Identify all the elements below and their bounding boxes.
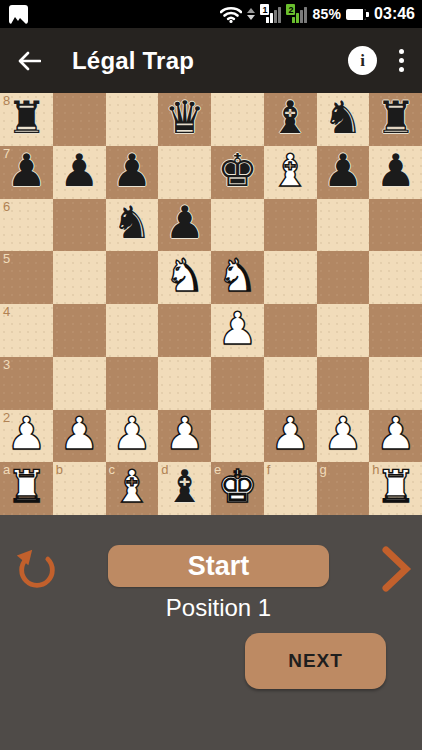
coord-label-6: 6 (3, 200, 10, 214)
square-e1[interactable]: e♚ (211, 462, 264, 515)
piece-white-pawn[interactable]: ♟ (158, 410, 211, 461)
square-d4[interactable] (158, 304, 211, 357)
piece-white-pawn[interactable]: ♟ (369, 410, 422, 461)
square-b7[interactable]: ♟ (53, 146, 106, 199)
piece-white-king[interactable]: ♚ (211, 462, 264, 513)
start-button-label: Start (188, 551, 250, 582)
square-a6[interactable]: 6 (0, 199, 53, 252)
start-button[interactable]: Start (108, 545, 329, 587)
square-h1[interactable]: h♜ (369, 462, 422, 515)
piece-white-pawn[interactable]: ♟ (53, 410, 106, 461)
status-bar: 1 2 85% 03:4 (0, 0, 422, 28)
wifi-icon (220, 6, 242, 23)
square-h2[interactable]: ♟ (369, 410, 422, 463)
position-label: Position 1 (166, 594, 271, 622)
piece-black-pawn[interactable]: ♟ (53, 146, 106, 197)
piece-black-pawn[interactable]: ♟ (158, 199, 211, 250)
square-g8[interactable]: ♞ (317, 93, 370, 146)
piece-white-pawn[interactable]: ♟ (264, 410, 317, 461)
coord-label-5: 5 (3, 252, 10, 266)
square-d6[interactable]: ♟ (158, 199, 211, 252)
square-e8[interactable] (211, 93, 264, 146)
square-f8[interactable]: ♝ (264, 93, 317, 146)
piece-black-pawn[interactable]: ♟ (106, 146, 159, 197)
square-c7[interactable]: ♟ (106, 146, 159, 199)
square-d2[interactable]: ♟ (158, 410, 211, 463)
square-g6[interactable] (317, 199, 370, 252)
square-h5[interactable] (369, 251, 422, 304)
square-b4[interactable] (53, 304, 106, 357)
square-b8[interactable] (53, 93, 106, 146)
piece-black-knight[interactable]: ♞ (317, 93, 370, 144)
coord-label-g: g (320, 463, 327, 477)
square-g3[interactable] (317, 357, 370, 410)
square-f2[interactable]: ♟ (264, 410, 317, 463)
square-c3[interactable] (106, 357, 159, 410)
piece-white-bishop[interactable]: ♝ (106, 462, 159, 513)
square-f7[interactable]: ♝ (264, 146, 317, 199)
square-f1[interactable]: f (264, 462, 317, 515)
square-g1[interactable]: g (317, 462, 370, 515)
info-icon: i (360, 51, 365, 71)
coord-label-3: 3 (3, 358, 10, 372)
square-h7[interactable]: ♟ (369, 146, 422, 199)
restart-button[interactable] (13, 545, 61, 593)
square-c4[interactable] (106, 304, 159, 357)
piece-black-knight[interactable]: ♞ (106, 199, 159, 250)
sim1-badge: 1 (260, 4, 269, 15)
square-a5[interactable]: 5 (0, 251, 53, 304)
piece-black-pawn[interactable]: ♟ (0, 146, 53, 197)
battery-icon (346, 9, 369, 20)
back-button[interactable] (14, 46, 44, 76)
mountain-glyph (11, 15, 26, 24)
app-bar: Légal Trap i (0, 28, 422, 93)
piece-black-king[interactable]: ♚ (211, 146, 264, 197)
square-b1[interactable]: b (53, 462, 106, 515)
piece-white-rook[interactable]: ♜ (0, 462, 53, 513)
square-d5[interactable]: ♞ (158, 251, 211, 304)
square-e5[interactable]: ♞ (211, 251, 264, 304)
next-button[interactable]: NEXT (245, 633, 386, 689)
piece-white-pawn[interactable]: ♟ (0, 410, 53, 461)
undo-rotate-left-icon (14, 546, 60, 592)
square-d3[interactable] (158, 357, 211, 410)
square-f5[interactable] (264, 251, 317, 304)
page-title: Légal Trap (72, 47, 194, 75)
square-c2[interactable]: ♟ (106, 410, 159, 463)
bottom-panel: Start Position 1 NEXT (0, 515, 422, 750)
back-arrow-icon (17, 51, 41, 71)
square-c1[interactable]: c♝ (106, 462, 159, 515)
square-e4[interactable]: ♟ (211, 304, 264, 357)
coord-label-f: f (267, 463, 271, 477)
square-e3[interactable] (211, 357, 264, 410)
sim2-signal-icon: 2 (286, 5, 307, 23)
square-b3[interactable] (53, 357, 106, 410)
square-c5[interactable] (106, 251, 159, 304)
square-f3[interactable] (264, 357, 317, 410)
square-e2[interactable] (211, 410, 264, 463)
next-button-label: NEXT (288, 650, 343, 671)
next-position-arrow-button[interactable] (376, 545, 416, 593)
square-c8[interactable] (106, 93, 159, 146)
square-d1[interactable]: d♝ (158, 462, 211, 515)
square-e7[interactable]: ♚ (211, 146, 264, 199)
piece-white-knight[interactable]: ♞ (158, 251, 211, 302)
piece-white-rook[interactable]: ♜ (369, 462, 422, 513)
piece-black-bishop[interactable]: ♝ (264, 93, 317, 144)
overflow-menu-icon (399, 49, 404, 54)
square-h8[interactable]: ♜ (369, 93, 422, 146)
data-updown-icon (247, 8, 255, 20)
square-b5[interactable] (53, 251, 106, 304)
battery-percent: 85% (312, 6, 341, 22)
square-a4[interactable]: 4 (0, 304, 53, 357)
square-a8[interactable]: 8♜ (0, 93, 53, 146)
square-a7[interactable]: 7♟ (0, 146, 53, 199)
info-button[interactable]: i (348, 46, 377, 75)
square-e6[interactable] (211, 199, 264, 252)
chess-board: 8♜♛♝♞♜7♟♟♟♚♝♟♟6♞♟5♞♞4♟32♟♟♟♟♟♟♟a♜bc♝d♝e♚… (0, 93, 422, 515)
square-a1[interactable]: a♜ (0, 462, 53, 515)
piece-black-rook[interactable]: ♜ (0, 93, 53, 144)
piece-black-pawn[interactable]: ♟ (317, 146, 370, 197)
square-b6[interactable] (53, 199, 106, 252)
piece-white-pawn[interactable]: ♟ (211, 304, 264, 355)
chevron-right-icon (380, 546, 412, 592)
sim1-signal-icon: 1 (260, 5, 281, 23)
clock-text: 03:46 (374, 5, 415, 23)
square-g7[interactable]: ♟ (317, 146, 370, 199)
square-g5[interactable] (317, 251, 370, 304)
square-f6[interactable] (264, 199, 317, 252)
square-h3[interactable] (369, 357, 422, 410)
sim2-badge: 2 (286, 4, 295, 15)
square-d8[interactable]: ♛ (158, 93, 211, 146)
square-f4[interactable] (264, 304, 317, 357)
square-h6[interactable] (369, 199, 422, 252)
square-c6[interactable]: ♞ (106, 199, 159, 252)
square-g2[interactable]: ♟ (317, 410, 370, 463)
screenshot-notification-icon (9, 5, 28, 24)
piece-white-pawn[interactable]: ♟ (317, 410, 370, 461)
square-a2[interactable]: 2♟ (0, 410, 53, 463)
square-a3[interactable]: 3 (0, 357, 53, 410)
piece-black-pawn[interactable]: ♟ (369, 146, 422, 197)
square-b2[interactable]: ♟ (53, 410, 106, 463)
piece-white-bishop[interactable]: ♝ (264, 146, 317, 197)
piece-white-pawn[interactable]: ♟ (106, 410, 159, 461)
square-h4[interactable] (369, 304, 422, 357)
piece-black-bishop[interactable]: ♝ (158, 462, 211, 513)
phone-screen: 1 2 85% 03:4 (0, 0, 422, 750)
square-g4[interactable] (317, 304, 370, 357)
coord-label-4: 4 (3, 305, 10, 319)
piece-black-rook[interactable]: ♜ (369, 93, 422, 144)
piece-white-knight[interactable]: ♞ (211, 251, 264, 302)
piece-black-queen[interactable]: ♛ (158, 93, 211, 144)
coord-label-b: b (56, 463, 63, 477)
square-d7[interactable] (158, 146, 211, 199)
overflow-menu-button[interactable] (395, 45, 408, 76)
